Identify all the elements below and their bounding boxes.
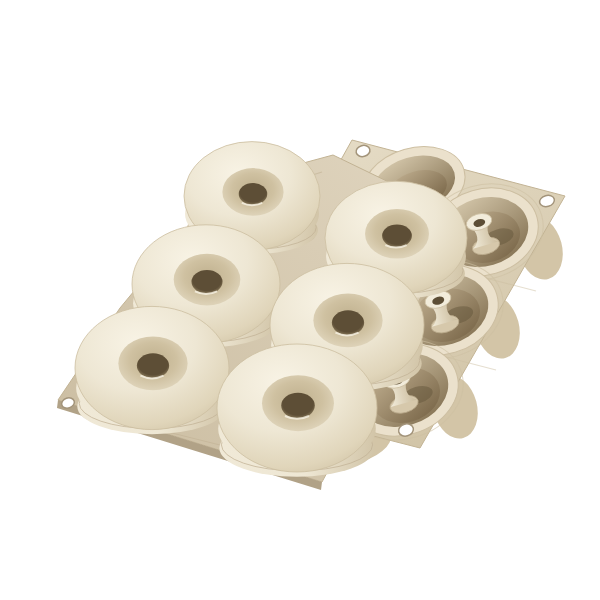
donut-dome bbox=[75, 306, 229, 434]
dome-center-hole bbox=[382, 225, 412, 248]
dome-center-hole bbox=[137, 353, 169, 378]
product-photo-canvas bbox=[0, 0, 600, 600]
donut-dome bbox=[217, 344, 377, 477]
dome-center-hole bbox=[239, 183, 268, 205]
dome-center-hole bbox=[332, 310, 364, 335]
donut-mold-photo bbox=[0, 0, 600, 600]
dome-center-hole bbox=[281, 393, 315, 419]
dome-center-hole bbox=[191, 270, 222, 294]
